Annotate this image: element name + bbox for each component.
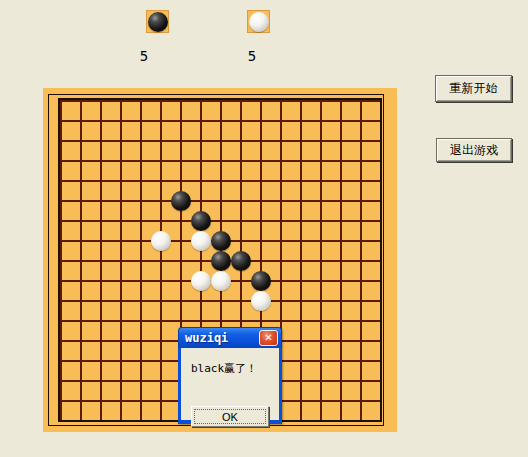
dialog-body: black赢了！ OK [178, 348, 282, 424]
dialog-titlebar: wuziqi ✕ [178, 327, 282, 348]
stone-white [251, 291, 271, 311]
close-icon[interactable]: ✕ [259, 330, 278, 346]
tray-black-stone [148, 12, 168, 32]
stone-white [211, 271, 231, 291]
stone-black [211, 231, 231, 251]
stone-white [191, 271, 211, 291]
dialog-message: black赢了！ [191, 361, 257, 376]
restart-button[interactable]: 重新开始 [435, 75, 512, 102]
stone-black [171, 191, 191, 211]
white-stone-tray [247, 10, 270, 33]
ok-button[interactable]: OK [191, 406, 269, 427]
game-over-dialog: wuziqi ✕ black赢了！ OK [178, 327, 282, 424]
stone-black [251, 271, 271, 291]
black-stone-tray [146, 10, 169, 33]
dialog-title: wuziqi [179, 331, 259, 345]
stone-white [151, 231, 171, 251]
exit-game-button[interactable]: 退出游戏 [436, 138, 512, 162]
stone-white [191, 231, 211, 251]
stone-black [191, 211, 211, 231]
white-count-label: 5 [242, 48, 262, 64]
stone-black [231, 251, 251, 271]
stone-black [211, 251, 231, 271]
ok-button-label: OK [222, 411, 238, 423]
tray-white-stone [249, 12, 269, 32]
black-count-label: 5 [134, 48, 154, 64]
